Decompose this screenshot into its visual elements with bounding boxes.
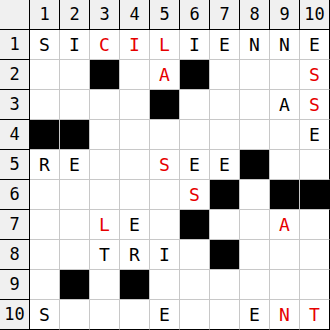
black-cell-r2c3[interactable] — [90, 60, 120, 90]
cell-r7c3[interactable]: L — [90, 210, 120, 240]
col-header-2: 2 — [60, 0, 90, 30]
cell-r7c2[interactable] — [60, 210, 90, 240]
row-header-10: 10 — [0, 300, 30, 330]
cell-r5c6[interactable]: E — [180, 150, 210, 180]
col-header-7: 7 — [210, 0, 240, 30]
cell-r2c5[interactable]: A — [150, 60, 180, 90]
cell-r6c8[interactable] — [240, 180, 270, 210]
cell-r10c3[interactable] — [90, 300, 120, 330]
cell-r8c1[interactable] — [30, 240, 60, 270]
cell-r3c6[interactable] — [180, 90, 210, 120]
cell-r4c6[interactable] — [180, 120, 210, 150]
cell-r7c1[interactable] — [30, 210, 60, 240]
cell-r9c6[interactable] — [180, 270, 210, 300]
cell-r10c10[interactable]: T — [300, 300, 330, 330]
cell-r8c8[interactable] — [240, 240, 270, 270]
cell-r3c10[interactable]: S — [300, 90, 330, 120]
cell-r2c8[interactable] — [240, 60, 270, 90]
col-header-1: 1 — [30, 0, 60, 30]
cell-r1c8[interactable]: N — [240, 30, 270, 60]
cell-r10c2[interactable] — [60, 300, 90, 330]
cell-r1c7[interactable]: E — [210, 30, 240, 60]
cell-r10c9[interactable]: N — [270, 300, 300, 330]
cell-r10c7[interactable] — [210, 300, 240, 330]
cell-r2c7[interactable] — [210, 60, 240, 90]
col-header-4: 4 — [120, 0, 150, 30]
col-header-6: 6 — [180, 0, 210, 30]
cell-r5c9[interactable] — [270, 150, 300, 180]
cell-r2c1[interactable] — [30, 60, 60, 90]
col-header-8: 8 — [240, 0, 270, 30]
cell-r4c4[interactable] — [120, 120, 150, 150]
black-cell-r9c4[interactable] — [120, 270, 150, 300]
cell-r7c7[interactable] — [210, 210, 240, 240]
cell-r2c10[interactable]: S — [300, 60, 330, 90]
cell-r10c8[interactable]: E — [240, 300, 270, 330]
cell-r2c9[interactable] — [270, 60, 300, 90]
col-header-3: 3 — [90, 0, 120, 30]
cell-r3c3[interactable] — [90, 90, 120, 120]
cell-r9c5[interactable] — [150, 270, 180, 300]
cell-r1c2[interactable]: I — [60, 30, 90, 60]
row-header-8: 8 — [0, 240, 30, 270]
cell-r1c1[interactable]: S — [30, 30, 60, 60]
cell-r10c5[interactable]: E — [150, 300, 180, 330]
cell-r9c8[interactable] — [240, 270, 270, 300]
black-cell-r7c6[interactable] — [180, 210, 210, 240]
cell-r3c1[interactable] — [30, 90, 60, 120]
cell-r5c10[interactable] — [300, 150, 330, 180]
black-cell-r4c1[interactable] — [30, 120, 60, 150]
row-header-9: 9 — [0, 270, 30, 300]
cell-r7c5[interactable] — [150, 210, 180, 240]
cell-r9c3[interactable] — [90, 270, 120, 300]
cell-r4c7[interactable] — [210, 120, 240, 150]
cell-r9c9[interactable] — [270, 270, 300, 300]
cell-r2c2[interactable] — [60, 60, 90, 90]
row-header-7: 7 — [0, 210, 30, 240]
cell-r8c3[interactable]: T — [90, 240, 120, 270]
cell-r5c4[interactable] — [120, 150, 150, 180]
col-header-9: 9 — [270, 0, 300, 30]
cell-r8c10[interactable] — [300, 240, 330, 270]
cell-r10c6[interactable] — [180, 300, 210, 330]
cell-r6c2[interactable] — [60, 180, 90, 210]
cell-r10c1[interactable]: S — [30, 300, 60, 330]
row-header-3: 3 — [0, 90, 30, 120]
cell-r6c1[interactable] — [30, 180, 60, 210]
cell-r8c2[interactable] — [60, 240, 90, 270]
cell-r7c4[interactable]: E — [120, 210, 150, 240]
cell-r1c9[interactable]: N — [270, 30, 300, 60]
black-cell-r6c9[interactable] — [270, 180, 300, 210]
cell-r8c9[interactable] — [270, 240, 300, 270]
row-header-2: 2 — [0, 60, 30, 90]
cell-r1c10[interactable]: E — [300, 30, 330, 60]
cell-r6c3[interactable] — [90, 180, 120, 210]
cell-r7c9[interactable]: A — [270, 210, 300, 240]
cell-r6c4[interactable] — [120, 180, 150, 210]
black-cell-r6c10[interactable] — [300, 180, 330, 210]
cell-r9c1[interactable] — [30, 270, 60, 300]
black-cell-r8c7[interactable] — [210, 240, 240, 270]
row-header-1: 1 — [0, 30, 30, 60]
black-cell-r6c7[interactable] — [210, 180, 240, 210]
row-header-4: 4 — [0, 120, 30, 150]
cell-r3c9[interactable]: A — [270, 90, 300, 120]
cell-r9c10[interactable] — [300, 270, 330, 300]
cell-r1c3[interactable]: C — [90, 30, 120, 60]
crossword-board: 123456789101SICILIENNE2AS3AS4E5RESEE6S7L… — [0, 0, 330, 330]
cell-r1c4[interactable]: I — [120, 30, 150, 60]
cell-r3c8[interactable] — [240, 90, 270, 120]
cell-r3c2[interactable] — [60, 90, 90, 120]
cell-r8c6[interactable] — [180, 240, 210, 270]
black-cell-r4c2[interactable] — [60, 120, 90, 150]
col-header-10: 10 — [300, 0, 330, 30]
cell-r5c5[interactable]: S — [150, 150, 180, 180]
cell-r5c2[interactable]: E — [60, 150, 90, 180]
cell-r4c10[interactable]: E — [300, 120, 330, 150]
cell-r2c4[interactable] — [120, 60, 150, 90]
cell-r4c5[interactable] — [150, 120, 180, 150]
cell-r5c7[interactable]: E — [210, 150, 240, 180]
cell-r9c7[interactable] — [210, 270, 240, 300]
cell-r3c7[interactable] — [210, 90, 240, 120]
row-header-6: 6 — [0, 180, 30, 210]
cell-r4c8[interactable] — [240, 120, 270, 150]
cell-r1c6[interactable]: I — [180, 30, 210, 60]
cell-r1c5[interactable]: L — [150, 30, 180, 60]
cell-r4c3[interactable] — [90, 120, 120, 150]
cell-r4c9[interactable] — [270, 120, 300, 150]
row-header-5: 5 — [0, 150, 30, 180]
black-cell-r2c6[interactable] — [180, 60, 210, 90]
cell-r10c4[interactable] — [120, 300, 150, 330]
corner-cell — [0, 0, 30, 30]
cell-r7c10[interactable] — [300, 210, 330, 240]
black-cell-r9c2[interactable] — [60, 270, 90, 300]
cell-r8c4[interactable]: R — [120, 240, 150, 270]
col-header-5: 5 — [150, 0, 180, 30]
cell-r5c1[interactable]: R — [30, 150, 60, 180]
black-cell-r3c5[interactable] — [150, 90, 180, 120]
cell-r5c3[interactable] — [90, 150, 120, 180]
cell-r7c8[interactable] — [240, 210, 270, 240]
cell-r3c4[interactable] — [120, 90, 150, 120]
black-cell-r5c8[interactable] — [240, 150, 270, 180]
cell-r6c5[interactable] — [150, 180, 180, 210]
cell-r6c6[interactable]: S — [180, 180, 210, 210]
cell-r8c5[interactable]: I — [150, 240, 180, 270]
